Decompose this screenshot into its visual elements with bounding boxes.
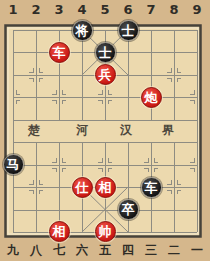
piece-glyph: 仕: [76, 181, 89, 194]
piece-red-general[interactable]: 帅: [95, 221, 116, 242]
piece-glyph: 将: [76, 24, 89, 37]
piece-red-chariot[interactable]: 车: [49, 42, 70, 63]
piece-glyph: 炮: [145, 91, 158, 104]
file-label: 三: [140, 242, 163, 258]
piece-black-horse[interactable]: 马: [3, 154, 24, 175]
file-label: 九: [2, 242, 25, 258]
piece-black-chariot[interactable]: 车: [141, 177, 162, 198]
piece-red-cannon[interactable]: 炮: [141, 87, 162, 108]
piece-glyph: 士: [99, 46, 112, 59]
file-label: 四: [117, 242, 140, 258]
file-label: 七: [48, 242, 71, 258]
xiangqi-app: 1 2 3 4 5 6 7 8 9 楚 河 汉 界 将士车士兵炮马仕相车卒相帅 …: [0, 0, 210, 261]
file-label: 八: [25, 242, 48, 258]
file-label: 8: [163, 2, 186, 18]
piece-black-advisor-b[interactable]: 士: [95, 42, 116, 63]
file-label: 4: [71, 2, 94, 18]
piece-glyph: 相: [99, 181, 112, 194]
file-label: 3: [48, 2, 71, 18]
file-label: 五: [94, 242, 117, 258]
file-label: 7: [140, 2, 163, 18]
piece-glyph: 车: [145, 181, 158, 194]
file-label: 1: [2, 2, 25, 18]
file-label: 2: [25, 2, 48, 18]
piece-glyph: 兵: [99, 68, 112, 81]
piece-red-elephant-a[interactable]: 相: [95, 177, 116, 198]
file-label: 一: [186, 242, 209, 258]
piece-glyph: 士: [122, 24, 135, 37]
file-label: 9: [186, 2, 209, 18]
piece-glyph: 车: [53, 46, 66, 59]
file-label: 5: [94, 2, 117, 18]
file-label: 6: [117, 2, 140, 18]
file-labels-top: 1 2 3 4 5 6 7 8 9: [2, 2, 209, 18]
file-labels-bottom: 九 八 七 六 五 四 三 二 一: [2, 242, 209, 258]
piece-glyph: 马: [7, 158, 20, 171]
piece-black-general[interactable]: 将: [72, 20, 93, 41]
piece-red-soldier[interactable]: 兵: [95, 64, 116, 85]
file-label: 二: [163, 242, 186, 258]
piece-black-soldier[interactable]: 卒: [118, 199, 139, 220]
piece-glyph: 卒: [122, 203, 135, 216]
pieces-layer: 将士车士兵炮马仕相车卒相帅: [2, 19, 209, 243]
piece-glyph: 帅: [99, 225, 112, 238]
piece-red-elephant-b[interactable]: 相: [49, 221, 70, 242]
piece-black-advisor-a[interactable]: 士: [118, 20, 139, 41]
piece-glyph: 相: [53, 225, 66, 238]
piece-red-advisor[interactable]: 仕: [72, 177, 93, 198]
file-label: 六: [71, 242, 94, 258]
